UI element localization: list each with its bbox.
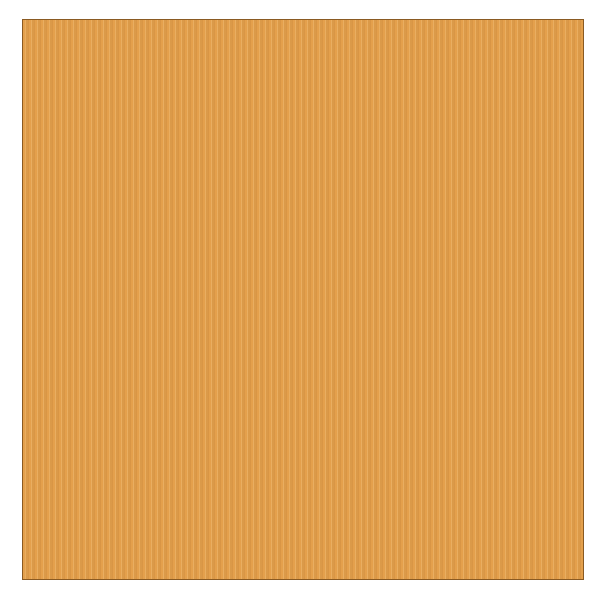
go-board bbox=[22, 19, 584, 580]
go-diagram-screenshot bbox=[0, 0, 605, 595]
